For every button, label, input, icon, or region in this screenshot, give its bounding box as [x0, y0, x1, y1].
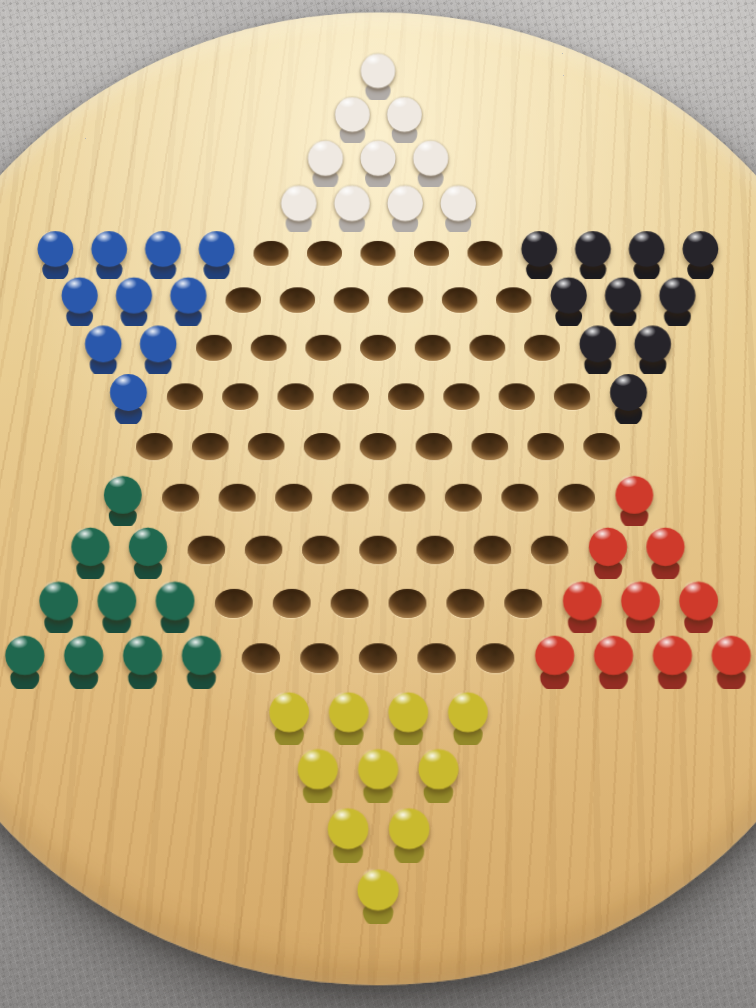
empty-hole[interactable]	[330, 589, 368, 618]
empty-hole[interactable]	[166, 383, 203, 410]
empty-hole[interactable]	[471, 433, 508, 460]
cell	[432, 277, 487, 324]
empty-hole[interactable]	[279, 287, 315, 312]
empty-hole[interactable]	[221, 383, 258, 410]
cell: ●	[113, 631, 174, 686]
board-perspective-wrap: ●●●●●●●●●●●●●●●●●●●●●●●●●●●●●●●●●●●●●●●●…	[0, 5, 756, 1008]
cell	[294, 421, 351, 472]
cell	[181, 421, 239, 472]
cell	[406, 524, 464, 577]
cell: ●	[524, 631, 585, 686]
cell	[156, 372, 213, 421]
cell	[351, 324, 406, 372]
empty-hole[interactable]	[135, 433, 173, 460]
peg-white[interactable]: ●	[327, 176, 375, 234]
board-row: ●●	[0, 801, 756, 861]
peg-red[interactable]: ●	[528, 626, 582, 690]
cell	[488, 372, 545, 421]
empty-hole[interactable]	[332, 383, 368, 410]
empty-hole[interactable]	[359, 643, 397, 673]
peg-green[interactable]: ●	[175, 626, 229, 690]
cell	[234, 524, 293, 577]
empty-hole[interactable]	[307, 241, 342, 266]
board-row: ●●●●●●●●	[0, 631, 756, 686]
cell: ●	[172, 631, 233, 686]
empty-hole[interactable]	[469, 335, 505, 361]
empty-hole[interactable]	[476, 643, 515, 673]
cell	[378, 372, 434, 421]
empty-hole[interactable]	[196, 335, 233, 361]
empty-hole[interactable]	[331, 484, 368, 512]
empty-hole[interactable]	[241, 643, 280, 673]
peg-red[interactable]: ●	[646, 626, 700, 690]
empty-hole[interactable]	[530, 536, 569, 564]
board-row: ●●●	[0, 743, 756, 801]
cell	[264, 472, 322, 524]
cell	[296, 324, 351, 372]
cell: ●	[378, 185, 431, 230]
cell: ●	[431, 185, 485, 230]
cell	[351, 230, 405, 276]
empty-hole[interactable]	[244, 536, 282, 564]
empty-hole[interactable]	[553, 383, 590, 410]
cell	[405, 324, 460, 372]
empty-hole[interactable]	[218, 484, 256, 512]
empty-hole[interactable]	[388, 589, 426, 618]
empty-hole[interactable]	[214, 589, 253, 618]
cell	[321, 472, 378, 524]
empty-hole[interactable]	[360, 433, 397, 460]
empty-hole[interactable]	[250, 335, 286, 361]
empty-hole[interactable]	[473, 536, 511, 564]
empty-hole[interactable]	[444, 484, 482, 512]
board-row: ●●●●●●	[0, 577, 756, 631]
empty-hole[interactable]	[527, 433, 565, 460]
empty-hole[interactable]	[388, 383, 424, 410]
cell	[463, 524, 522, 577]
empty-hole[interactable]	[416, 536, 454, 564]
cell	[241, 324, 297, 372]
peg-white[interactable]: ●	[274, 176, 322, 234]
empty-hole[interactable]	[360, 335, 396, 361]
cell	[297, 230, 351, 276]
empty-hole[interactable]	[161, 484, 199, 512]
cell	[211, 372, 268, 421]
empty-hole[interactable]	[583, 433, 621, 460]
peg-red[interactable]: ●	[704, 626, 756, 690]
cell	[262, 577, 321, 631]
cell: ●	[698, 631, 756, 686]
cell: ●	[54, 631, 116, 686]
cell: ●	[582, 631, 643, 686]
empty-hole[interactable]	[225, 287, 261, 312]
cell: ●	[347, 860, 409, 921]
cell	[215, 277, 271, 324]
peg-grid: ●●●●●●●●●●●●●●●●●●●●●●●●●●●●●●●●●●●●●●●●…	[0, 13, 756, 986]
peg-yellow[interactable]: ●	[350, 858, 406, 925]
cell	[514, 324, 570, 372]
empty-hole[interactable]	[359, 536, 397, 564]
empty-hole[interactable]	[274, 484, 312, 512]
peg-white[interactable]: ●	[380, 176, 428, 234]
chinese-checkers-board: ●●●●●●●●●●●●●●●●●●●●●●●●●●●●●●●●●●●●●●●●…	[0, 13, 756, 986]
cell: ●	[317, 801, 378, 861]
cell	[461, 421, 518, 472]
cell	[186, 324, 242, 372]
empty-hole[interactable]	[333, 287, 369, 312]
cell	[378, 472, 435, 524]
empty-hole[interactable]	[253, 241, 289, 266]
empty-hole[interactable]	[441, 287, 477, 312]
cell	[237, 421, 294, 472]
cell	[378, 577, 436, 631]
empty-hole[interactable]	[416, 433, 453, 460]
empty-hole[interactable]	[443, 383, 480, 410]
cell	[244, 230, 299, 276]
cell: ●	[100, 372, 158, 421]
empty-hole[interactable]	[387, 287, 423, 312]
peg-red[interactable]: ●	[587, 626, 641, 690]
cell	[320, 577, 378, 631]
cell	[486, 277, 542, 324]
cell	[517, 421, 575, 472]
cell	[350, 421, 406, 472]
board-row: ●●	[0, 372, 756, 421]
cell	[436, 577, 495, 631]
cell	[458, 230, 513, 276]
empty-hole[interactable]	[302, 536, 340, 564]
cell: ●	[325, 185, 378, 230]
cell: ●	[272, 185, 326, 230]
cell: ●	[598, 372, 656, 421]
empty-hole[interactable]	[191, 433, 229, 460]
cell	[207, 472, 265, 524]
cell	[406, 421, 463, 472]
peg-white[interactable]: ●	[434, 176, 482, 234]
cell	[460, 324, 516, 372]
cell	[434, 472, 492, 524]
peg-black[interactable]: ●	[603, 365, 654, 426]
empty-hole[interactable]	[503, 589, 542, 618]
cell	[543, 372, 600, 421]
empty-hole[interactable]	[524, 335, 561, 361]
cell: ●	[640, 631, 702, 686]
empty-hole[interactable]	[414, 241, 449, 266]
cell	[490, 472, 548, 524]
empty-hole[interactable]	[388, 484, 425, 512]
cell: ●	[0, 631, 58, 686]
peg-blue[interactable]: ●	[103, 365, 154, 426]
empty-hole[interactable]	[300, 643, 339, 673]
empty-hole[interactable]	[557, 484, 595, 512]
peg-green[interactable]: ●	[57, 626, 111, 690]
empty-hole[interactable]	[272, 589, 310, 618]
cell	[322, 372, 378, 421]
board-row: ●	[0, 860, 756, 921]
cell	[292, 524, 350, 577]
cell	[324, 277, 378, 324]
peg-green[interactable]: ●	[0, 626, 52, 690]
empty-hole[interactable]	[501, 484, 539, 512]
board-row: ●	[0, 55, 756, 97]
cell	[433, 372, 489, 421]
empty-hole[interactable]	[415, 335, 451, 361]
empty-hole[interactable]	[446, 589, 484, 618]
cell	[405, 230, 459, 276]
empty-hole[interactable]	[247, 433, 284, 460]
cell	[269, 277, 324, 324]
empty-hole[interactable]	[417, 643, 456, 673]
cell: ●	[378, 801, 439, 861]
empty-hole[interactable]	[304, 433, 341, 460]
empty-hole[interactable]	[495, 287, 531, 312]
cell	[349, 524, 407, 577]
cell	[267, 372, 323, 421]
empty-hole[interactable]	[305, 335, 341, 361]
empty-hole[interactable]	[498, 383, 535, 410]
empty-hole[interactable]	[360, 241, 395, 266]
board-row: ●●●	[0, 141, 756, 185]
empty-hole[interactable]	[187, 536, 226, 564]
peg-green[interactable]: ●	[116, 626, 170, 690]
empty-hole[interactable]	[277, 383, 314, 410]
cell	[378, 277, 432, 324]
empty-hole[interactable]	[467, 241, 503, 266]
